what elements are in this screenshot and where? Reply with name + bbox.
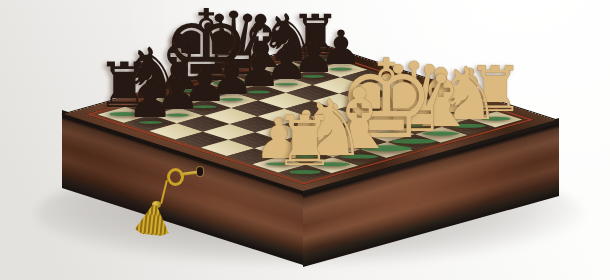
key-ring-icon xyxy=(167,168,184,186)
keyhole-icon xyxy=(197,167,203,176)
product-photo-scene: ♜♞♝♚♛♝♞♜♟♟♟♟♟♟♟♟♟♟♟♟♟♟♟♟♜♞♝♚♛♝♞♜ xyxy=(0,0,610,280)
